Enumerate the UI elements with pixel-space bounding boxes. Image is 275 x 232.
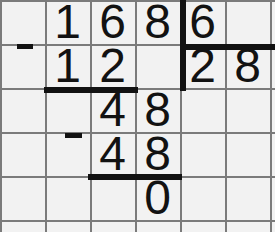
subtraction-line-1	[44, 87, 138, 93]
division-bracket-horizontal-line	[180, 44, 275, 50]
long-division-board: 1 6 8 6 1 2 2 8 4 8 4 8 0	[0, 0, 275, 232]
minus-sign-icon	[17, 44, 33, 49]
minus-sign-icon	[65, 133, 82, 138]
grid-cell-digit: 2	[90, 44, 135, 88]
grid-cell-digit: 1	[45, 44, 90, 88]
grid-cell-digit-remainder: 0	[135, 176, 180, 220]
grid-cell-digit-divisor: 6	[180, 0, 225, 44]
grid-cell-digit: 8	[135, 132, 180, 176]
subtraction-line-2	[88, 174, 182, 180]
grid-cell-digit: 8	[135, 0, 180, 44]
grid-cell-digit: 6	[90, 0, 135, 44]
grid-cell-digit: 8	[135, 88, 180, 132]
grid-cell-digit-quotient: 8	[225, 44, 270, 88]
grid-cell-digit: 4	[90, 88, 135, 132]
grid-cell-digit-quotient: 2	[180, 44, 225, 88]
grid-cell-digit: 4	[90, 132, 135, 176]
grid-cell-digit: 1	[45, 0, 90, 44]
